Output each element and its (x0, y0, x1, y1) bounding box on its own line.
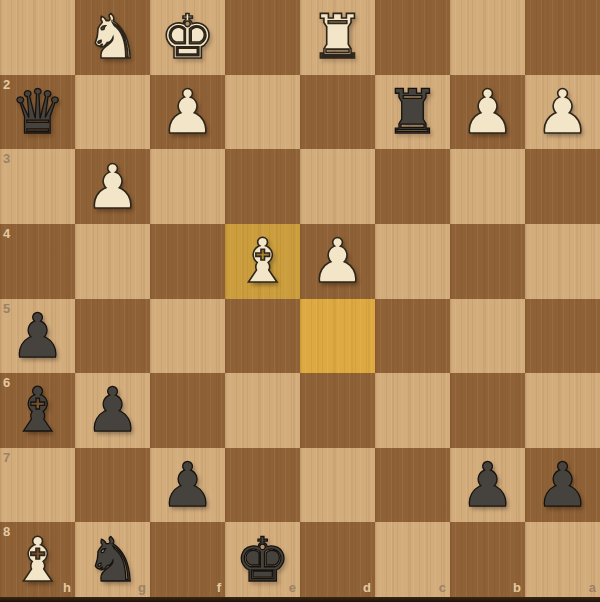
square-g8[interactable]: g♞ (75, 522, 150, 597)
square-c3[interactable] (375, 149, 450, 224)
rank-label-6: 6 (3, 375, 10, 390)
square-c7[interactable] (375, 448, 450, 523)
rank-label-5: 5 (3, 301, 10, 316)
square-e7[interactable] (225, 448, 300, 523)
square-b6[interactable] (450, 373, 525, 448)
square-f5[interactable] (150, 299, 225, 374)
square-d1[interactable]: ♜ (300, 0, 375, 75)
white-pawn-a2[interactable]: ♟ (535, 75, 590, 149)
square-g6[interactable]: ♟ (75, 373, 150, 448)
square-h3[interactable]: 3 (0, 149, 75, 224)
square-d5[interactable] (300, 299, 375, 374)
file-label-f: f (217, 580, 221, 595)
square-d3[interactable] (300, 149, 375, 224)
square-c6[interactable] (375, 373, 450, 448)
rank-label-8: 8 (3, 524, 10, 539)
black-pawn-g6[interactable]: ♟ (85, 373, 140, 447)
black-bishop-h6[interactable]: ♝ (10, 373, 65, 447)
board-bottom-edge (0, 597, 600, 602)
white-pawn-g3[interactable]: ♟ (85, 150, 140, 224)
square-a7[interactable]: ♟ (525, 448, 600, 523)
square-a1[interactable] (525, 0, 600, 75)
square-f7[interactable]: ♟ (150, 448, 225, 523)
square-d6[interactable] (300, 373, 375, 448)
square-f1[interactable]: ♚ (150, 0, 225, 75)
black-pawn-b7[interactable]: ♟ (460, 448, 515, 522)
black-pawn-a7[interactable]: ♟ (535, 448, 590, 522)
black-knight-g8[interactable]: ♞ (85, 523, 140, 597)
square-c8[interactable]: c (375, 522, 450, 597)
square-a8[interactable]: a (525, 522, 600, 597)
square-h6[interactable]: 6♝ (0, 373, 75, 448)
white-pawn-b2[interactable]: ♟ (460, 75, 515, 149)
square-c1[interactable] (375, 0, 450, 75)
square-g4[interactable] (75, 224, 150, 299)
square-d4[interactable]: ♟ (300, 224, 375, 299)
square-a5[interactable] (525, 299, 600, 374)
square-b8[interactable]: b (450, 522, 525, 597)
square-c2[interactable]: ♜ (375, 75, 450, 150)
square-h8[interactable]: 8h♝ (0, 522, 75, 597)
square-e4[interactable]: ♝ (225, 224, 300, 299)
chess-board-screenshot: ♞♚♜2♛♟♜♟♟3♟4♝♟5♟6♝♟7♟♟♟8h♝g♞fe♚dcba (0, 0, 600, 602)
white-pawn-d4[interactable]: ♟ (310, 224, 365, 298)
white-rook-d1[interactable]: ♜ (310, 0, 365, 74)
square-f6[interactable] (150, 373, 225, 448)
square-b5[interactable] (450, 299, 525, 374)
rank-label-4: 4 (3, 226, 10, 241)
black-queen-h2[interactable]: ♛ (10, 75, 65, 149)
square-h2[interactable]: 2♛ (0, 75, 75, 150)
file-label-a: a (589, 580, 596, 595)
square-a6[interactable] (525, 373, 600, 448)
square-e8[interactable]: e♚ (225, 522, 300, 597)
square-g1[interactable]: ♞ (75, 0, 150, 75)
rank-label-2: 2 (3, 77, 10, 92)
square-h1[interactable] (0, 0, 75, 75)
square-a4[interactable] (525, 224, 600, 299)
white-knight-g1[interactable]: ♞ (85, 0, 140, 74)
square-h4[interactable]: 4 (0, 224, 75, 299)
square-e3[interactable] (225, 149, 300, 224)
white-bishop-h8[interactable]: ♝ (10, 523, 65, 597)
square-b4[interactable] (450, 224, 525, 299)
square-g2[interactable] (75, 75, 150, 150)
white-king-f1[interactable]: ♚ (160, 0, 215, 74)
square-e1[interactable] (225, 0, 300, 75)
white-pawn-f2[interactable]: ♟ (160, 75, 215, 149)
file-label-b: b (513, 580, 521, 595)
square-b2[interactable]: ♟ (450, 75, 525, 150)
square-g3[interactable]: ♟ (75, 149, 150, 224)
file-label-d: d (363, 580, 371, 595)
square-h5[interactable]: 5♟ (0, 299, 75, 374)
square-g5[interactable] (75, 299, 150, 374)
square-h7[interactable]: 7 (0, 448, 75, 523)
square-f8[interactable]: f (150, 522, 225, 597)
black-pawn-h5[interactable]: ♟ (10, 299, 65, 373)
square-c5[interactable] (375, 299, 450, 374)
square-g7[interactable] (75, 448, 150, 523)
chess-board: ♞♚♜2♛♟♜♟♟3♟4♝♟5♟6♝♟7♟♟♟8h♝g♞fe♚dcba (0, 0, 600, 597)
square-d2[interactable] (300, 75, 375, 150)
square-f3[interactable] (150, 149, 225, 224)
square-e2[interactable] (225, 75, 300, 150)
white-bishop-e4[interactable]: ♝ (235, 224, 290, 298)
square-f2[interactable]: ♟ (150, 75, 225, 150)
square-d8[interactable]: d (300, 522, 375, 597)
square-e5[interactable] (225, 299, 300, 374)
black-king-e8[interactable]: ♚ (235, 523, 290, 597)
rank-label-7: 7 (3, 450, 10, 465)
square-b1[interactable] (450, 0, 525, 75)
black-rook-c2[interactable]: ♜ (385, 75, 440, 149)
black-pawn-f7[interactable]: ♟ (160, 448, 215, 522)
rank-label-3: 3 (3, 151, 10, 166)
square-a2[interactable]: ♟ (525, 75, 600, 150)
square-f4[interactable] (150, 224, 225, 299)
file-label-c: c (439, 580, 446, 595)
square-b3[interactable] (450, 149, 525, 224)
square-a3[interactable] (525, 149, 600, 224)
square-b7[interactable]: ♟ (450, 448, 525, 523)
square-c4[interactable] (375, 224, 450, 299)
square-e6[interactable] (225, 373, 300, 448)
square-d7[interactable] (300, 448, 375, 523)
